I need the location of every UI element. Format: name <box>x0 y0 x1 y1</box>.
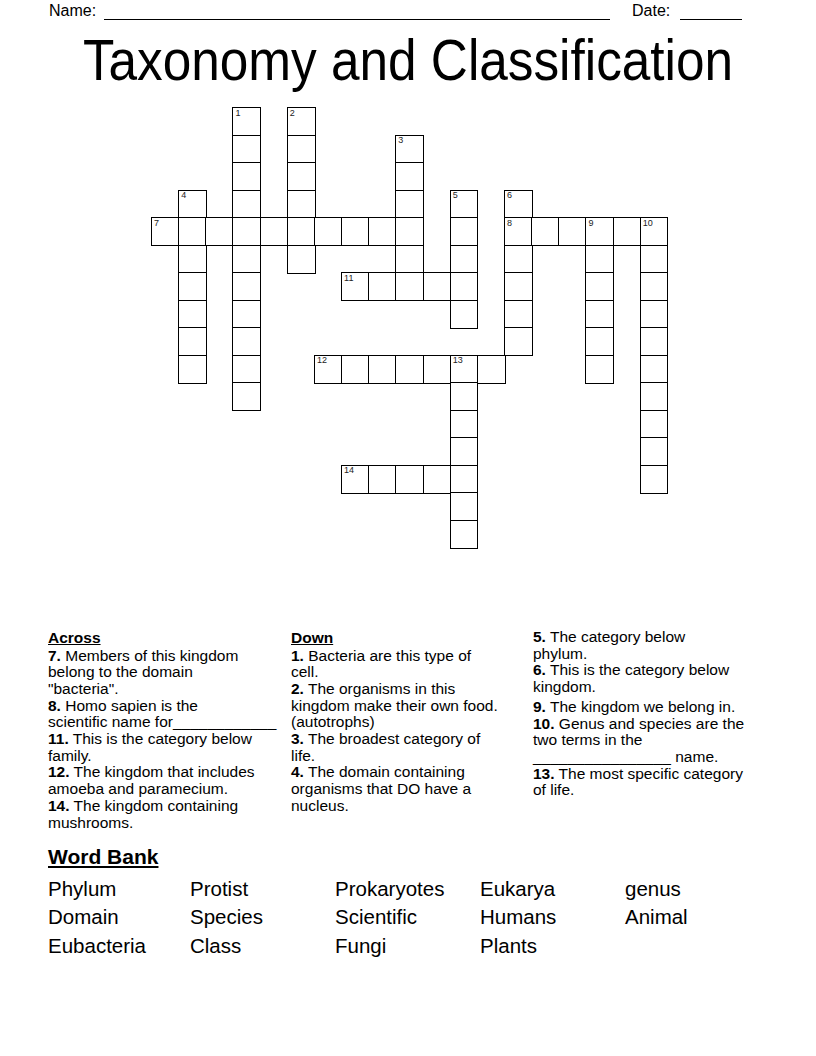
crossword-cell[interactable] <box>450 492 479 521</box>
clue-line: 2. The organisms in this <box>291 681 529 698</box>
crossword-cell[interactable] <box>423 465 452 494</box>
crossword-cell[interactable] <box>232 162 261 191</box>
crossword-cell[interactable] <box>287 190 316 219</box>
crossword-cell[interactable] <box>368 217 397 246</box>
crossword-cell[interactable] <box>504 300 533 329</box>
down-clues-continued-column: 5. The category belowphylum.6. This is t… <box>533 629 785 799</box>
crossword-cell[interactable] <box>368 272 397 301</box>
crossword-cell[interactable] <box>178 217 207 246</box>
clue-number: 10 <box>643 219 653 229</box>
clue-number: 13 <box>453 356 463 366</box>
clue-line: kingdom. <box>533 679 785 696</box>
crossword-cell[interactable] <box>395 465 424 494</box>
crossword-cell[interactable] <box>640 272 669 301</box>
crossword-cell[interactable] <box>450 382 479 411</box>
clue-down-2: 2. The organisms in thiskingdom make the… <box>291 681 529 731</box>
crossword-cell[interactable] <box>395 217 424 246</box>
word-bank-word: genus <box>625 875 775 903</box>
word-bank-word: Eubacteria <box>48 932 190 960</box>
down-heading: Down <box>291 629 529 647</box>
crossword-cell[interactable] <box>640 410 669 439</box>
crossword-cell[interactable] <box>232 245 261 274</box>
crossword-cell[interactable] <box>341 355 370 384</box>
crossword-cell[interactable] <box>232 217 261 246</box>
clue-number: 12 <box>317 356 327 366</box>
crossword-cell[interactable] <box>232 272 261 301</box>
crossword-cell[interactable] <box>232 190 261 219</box>
across-clues-column: Across 7. Members of this kingdombelong … <box>48 629 288 831</box>
crossword-cell[interactable] <box>423 355 452 384</box>
crossword-cell[interactable] <box>504 245 533 274</box>
clue-number: 11 <box>344 274 353 284</box>
crossword-cell[interactable] <box>640 465 669 494</box>
crossword-cell[interactable] <box>205 217 234 246</box>
crossword-cell[interactable] <box>287 245 316 274</box>
clue-line: scientific name for____________ <box>48 714 288 731</box>
word-bank-word: Scientific <box>335 903 480 931</box>
word-bank-word: Protist <box>190 875 335 903</box>
clue-down-3: 3. The broadest category oflife. <box>291 731 529 764</box>
crossword-cell[interactable]: 11 <box>341 272 370 301</box>
clue-line: 7. Members of this kingdom <box>48 648 288 665</box>
crossword-cell[interactable]: 2 <box>287 107 316 136</box>
word-bank-word: Eukarya <box>480 875 625 903</box>
clue-number: 3 <box>398 136 403 146</box>
clue-down-6: 6. This is the category belowkingdom. <box>533 662 785 695</box>
crossword-cell[interactable] <box>232 135 261 164</box>
date-label: Date: <box>632 2 670 20</box>
word-bank-word: Prokaryotes <box>335 875 480 903</box>
crossword-cell[interactable]: 1 <box>232 107 261 136</box>
crossword-cell[interactable] <box>287 135 316 164</box>
crossword-cell[interactable] <box>395 162 424 191</box>
clue-line: kingdom make their own food. <box>291 698 529 715</box>
crossword-cell[interactable] <box>287 162 316 191</box>
clue-line: 10. Genus and species are the <box>533 716 785 733</box>
crossword-cell[interactable] <box>178 272 207 301</box>
clue-line: life. <box>291 748 529 765</box>
clue-line: 4. The domain containing <box>291 764 529 781</box>
word-bank-word: Species <box>190 903 335 931</box>
crossword-cell[interactable] <box>178 355 207 384</box>
crossword-cell[interactable] <box>178 327 207 356</box>
clue-down-10: 10. Genus and species are thetwo terms i… <box>533 716 785 766</box>
clue-line: 8. Homo sapien is the <box>48 698 288 715</box>
word-bank-grid: PhylumProtistProkaryotesEukaryagenusDoma… <box>48 875 788 960</box>
crossword-cell[interactable]: 13 <box>450 355 479 384</box>
clue-line: cell. <box>291 664 529 681</box>
crossword-cell[interactable] <box>450 465 479 494</box>
crossword-cell[interactable] <box>585 327 614 356</box>
crossword-cell[interactable] <box>477 355 506 384</box>
clue-line: 9. The kingdom we belong in. <box>533 699 785 716</box>
clue-line: 11. This is the category below <box>48 731 288 748</box>
crossword-cell[interactable] <box>450 410 479 439</box>
clue-line: 6. This is the category below <box>533 662 785 679</box>
crossword-cell[interactable] <box>368 465 397 494</box>
crossword-cell[interactable] <box>585 300 614 329</box>
clue-down-13: 13. The most specific categoryof life. <box>533 766 785 799</box>
crossword-cell[interactable]: 9 <box>585 217 614 246</box>
clue-line: nucleus. <box>291 798 529 815</box>
crossword-cell[interactable] <box>640 327 669 356</box>
clue-number: 8 <box>507 219 512 229</box>
clue-line: family. <box>48 748 288 765</box>
crossword-cell[interactable] <box>531 217 560 246</box>
word-bank-word: Animal <box>625 903 775 931</box>
clue-across-14: 14. The kingdom containingmushrooms. <box>48 798 288 831</box>
crossword-cell[interactable] <box>232 382 261 411</box>
clue-number: 1 <box>235 109 240 119</box>
clue-line: amoeba and paramecium. <box>48 781 288 798</box>
clue-line: 5. The category below <box>533 629 785 646</box>
across-heading: Across <box>48 629 288 647</box>
crossword-cell[interactable] <box>640 437 669 466</box>
clue-line: two terms in the <box>533 732 785 749</box>
clue-number: 7 <box>154 219 159 229</box>
crossword-cell[interactable]: 8 <box>504 217 533 246</box>
clue-line: organisms that DO have a <box>291 781 529 798</box>
clue-line: "bacteria". <box>48 681 288 698</box>
crossword-cell[interactable] <box>504 272 533 301</box>
clue-line: ________________ name. <box>533 749 785 766</box>
crossword-cell[interactable] <box>585 272 614 301</box>
crossword-cell[interactable] <box>504 327 533 356</box>
crossword-cell[interactable] <box>585 245 614 274</box>
crossword-cell[interactable] <box>395 190 424 219</box>
crossword-cell[interactable] <box>395 245 424 274</box>
crossword-cell[interactable] <box>640 355 669 384</box>
clue-line: 14. The kingdom containing <box>48 798 288 815</box>
crossword-cell[interactable] <box>450 245 479 274</box>
word-bank-word: Domain <box>48 903 190 931</box>
clue-across-7: 7. Members of this kingdombelong to the … <box>48 648 288 698</box>
crossword-cell[interactable] <box>640 382 669 411</box>
crossword-cell[interactable] <box>613 217 642 246</box>
crossword-cell[interactable] <box>232 300 261 329</box>
clue-line: 3. The broadest category of <box>291 731 529 748</box>
crossword-cell[interactable] <box>450 437 479 466</box>
clue-line: (autotrophs) <box>291 714 529 731</box>
crossword-cell[interactable] <box>640 245 669 274</box>
crossword-cell[interactable]: 6 <box>504 190 533 219</box>
clue-line: phylum. <box>533 646 785 663</box>
crossword-cell[interactable]: 10 <box>640 217 669 246</box>
crossword-cell[interactable] <box>450 217 479 246</box>
word-bank-word: Class <box>190 932 335 960</box>
clue-line: of life. <box>533 782 785 799</box>
clue-down-4: 4. The domain containingorganisms that D… <box>291 764 529 814</box>
worksheet-page: { "header": { "name_label": "Name:", "da… <box>0 0 816 1056</box>
name-blank-line <box>104 1 610 20</box>
clue-line: mushrooms. <box>48 815 288 832</box>
clue-across-12: 12. The kingdom that includesamoeba and … <box>48 764 288 797</box>
clue-across-11: 11. This is the category belowfamily. <box>48 731 288 764</box>
word-bank-heading: Word Bank <box>48 845 788 868</box>
clue-number: 2 <box>290 109 295 119</box>
crossword-cell[interactable] <box>640 300 669 329</box>
clue-number: 6 <box>507 191 512 201</box>
clue-down-9: 9. The kingdom we belong in. <box>533 699 785 716</box>
crossword-cell[interactable]: 12 <box>314 355 343 384</box>
crossword-cell[interactable] <box>287 217 316 246</box>
clue-across-8: 8. Homo sapien is thescientific name for… <box>48 698 288 731</box>
crossword-cell[interactable] <box>450 272 479 301</box>
crossword-cell[interactable] <box>314 217 343 246</box>
crossword-cell[interactable]: 7 <box>151 217 180 246</box>
name-label: Name: <box>49 2 96 20</box>
crossword-cell[interactable] <box>450 300 479 329</box>
clue-down-5: 5. The category belowphylum. <box>533 629 785 662</box>
crossword-cell[interactable]: 5 <box>450 190 479 219</box>
crossword-cell[interactable] <box>395 272 424 301</box>
clue-number: 9 <box>588 219 593 229</box>
word-bank-word: Phylum <box>48 875 190 903</box>
crossword-cell[interactable] <box>232 327 261 356</box>
crossword-cell[interactable] <box>423 272 452 301</box>
crossword-cell[interactable] <box>260 217 289 246</box>
crossword-cell[interactable] <box>232 355 261 384</box>
down-clues-column: Down 1. Bacteria are this type ofcell.2.… <box>291 629 529 815</box>
clue-number: 14 <box>344 466 354 476</box>
crossword-cell[interactable]: 4 <box>178 190 207 219</box>
word-bank-section: Word Bank PhylumProtistProkaryotesEukary… <box>48 845 788 960</box>
crossword-cell[interactable] <box>450 520 479 549</box>
crossword-cell[interactable] <box>368 355 397 384</box>
clue-number: 5 <box>453 191 458 201</box>
crossword-grid: 1234567891011121314 <box>151 107 669 549</box>
clue-line: 12. The kingdom that includes <box>48 764 288 781</box>
clue-line: 1. Bacteria are this type of <box>291 648 529 665</box>
word-bank-word: Humans <box>480 903 625 931</box>
date-blank-line <box>680 1 742 20</box>
crossword-cell[interactable] <box>178 300 207 329</box>
word-bank-word: Fungi <box>335 932 480 960</box>
crossword-cell[interactable] <box>558 217 587 246</box>
crossword-cell[interactable] <box>585 355 614 384</box>
crossword-cell[interactable] <box>341 217 370 246</box>
clue-down-1: 1. Bacteria are this type ofcell. <box>291 648 529 681</box>
crossword-cell[interactable]: 3 <box>395 135 424 164</box>
crossword-cell[interactable] <box>395 355 424 384</box>
clue-line: 13. The most specific category <box>533 766 785 783</box>
clue-number: 4 <box>181 191 186 201</box>
crossword-cell[interactable]: 14 <box>341 465 370 494</box>
clue-line: belong to the domain <box>48 664 288 681</box>
word-bank-word: Plants <box>480 932 625 960</box>
page-title: Taxonomy and Classification <box>41 28 775 92</box>
crossword-cell[interactable] <box>178 245 207 274</box>
